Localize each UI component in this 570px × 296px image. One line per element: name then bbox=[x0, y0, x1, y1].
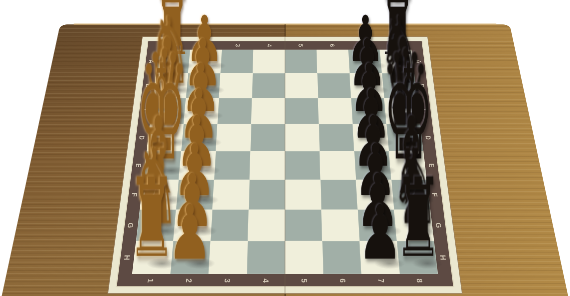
square-a2 bbox=[188, 50, 222, 74]
coord-top-3-label: 3 bbox=[234, 44, 242, 47]
piece-black-rook-h8: ♜ bbox=[397, 241, 438, 274]
coord-top-4: 4 bbox=[253, 41, 285, 50]
square-c4 bbox=[251, 98, 285, 124]
coord-top-2: 2 bbox=[190, 41, 222, 50]
square-b2 bbox=[186, 73, 220, 98]
chessboard-photo: 1122334455667788AABBCCDDEEFFGGHH ♜♟♟♜♞♟♟… bbox=[0, 0, 570, 296]
square-d5 bbox=[285, 124, 320, 151]
perspective-scene: 1122334455667788AABBCCDDEEFFGGHH ♜♟♟♜♞♟♟… bbox=[0, 0, 570, 296]
coord-top-6: 6 bbox=[316, 41, 348, 50]
coord-top-4-label: 4 bbox=[265, 44, 273, 47]
square-d4 bbox=[250, 124, 285, 151]
piece-white-rook-h1: ♜ bbox=[132, 241, 173, 274]
piece-white-pawn-h2: ♟ bbox=[170, 241, 210, 274]
square-a3 bbox=[220, 50, 253, 74]
square-b6 bbox=[317, 73, 351, 98]
black-rook-glyph: ♜ bbox=[394, 168, 442, 268]
coord-top-5-label: 5 bbox=[297, 44, 305, 47]
coord-top-7: 7 bbox=[348, 41, 380, 50]
square-c5 bbox=[285, 98, 319, 124]
square-b7 bbox=[350, 73, 384, 98]
square-a6 bbox=[317, 50, 350, 74]
coord-top-5: 5 bbox=[285, 41, 317, 50]
square-a5 bbox=[285, 50, 317, 74]
square-a4 bbox=[253, 50, 285, 74]
square-a7 bbox=[348, 50, 382, 74]
square-d3 bbox=[216, 124, 251, 151]
square-d6 bbox=[319, 124, 354, 151]
coord-top-2-label: 2 bbox=[202, 44, 210, 47]
square-b4 bbox=[252, 73, 285, 98]
coord-top-3: 3 bbox=[222, 41, 254, 50]
square-c3 bbox=[217, 98, 252, 124]
coord-top-6-label: 6 bbox=[328, 44, 336, 47]
coord-top-7-label: 7 bbox=[360, 44, 368, 47]
chess-board: 1122334455667788AABBCCDDEEFFGGHH ♜♟♟♜♞♟♟… bbox=[0, 24, 570, 296]
square-c6 bbox=[318, 98, 353, 124]
white-rook-glyph: ♜ bbox=[128, 168, 176, 268]
square-b5 bbox=[285, 73, 318, 98]
square-b3 bbox=[219, 73, 253, 98]
